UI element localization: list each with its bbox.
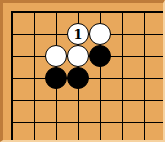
move-number-label: 1 bbox=[73, 28, 82, 41]
black-stone bbox=[45, 67, 67, 89]
go-board: 1 bbox=[3, 3, 163, 140]
move-1-stone: 1 bbox=[67, 23, 89, 45]
white-stone bbox=[45, 45, 67, 67]
white-stone bbox=[67, 45, 89, 67]
stones-layer: 1 bbox=[1, 1, 155, 133]
black-stone bbox=[67, 67, 89, 89]
black-stone bbox=[89, 45, 111, 67]
white-stone bbox=[89, 23, 111, 45]
diagram-frame: 1 bbox=[0, 0, 165, 142]
